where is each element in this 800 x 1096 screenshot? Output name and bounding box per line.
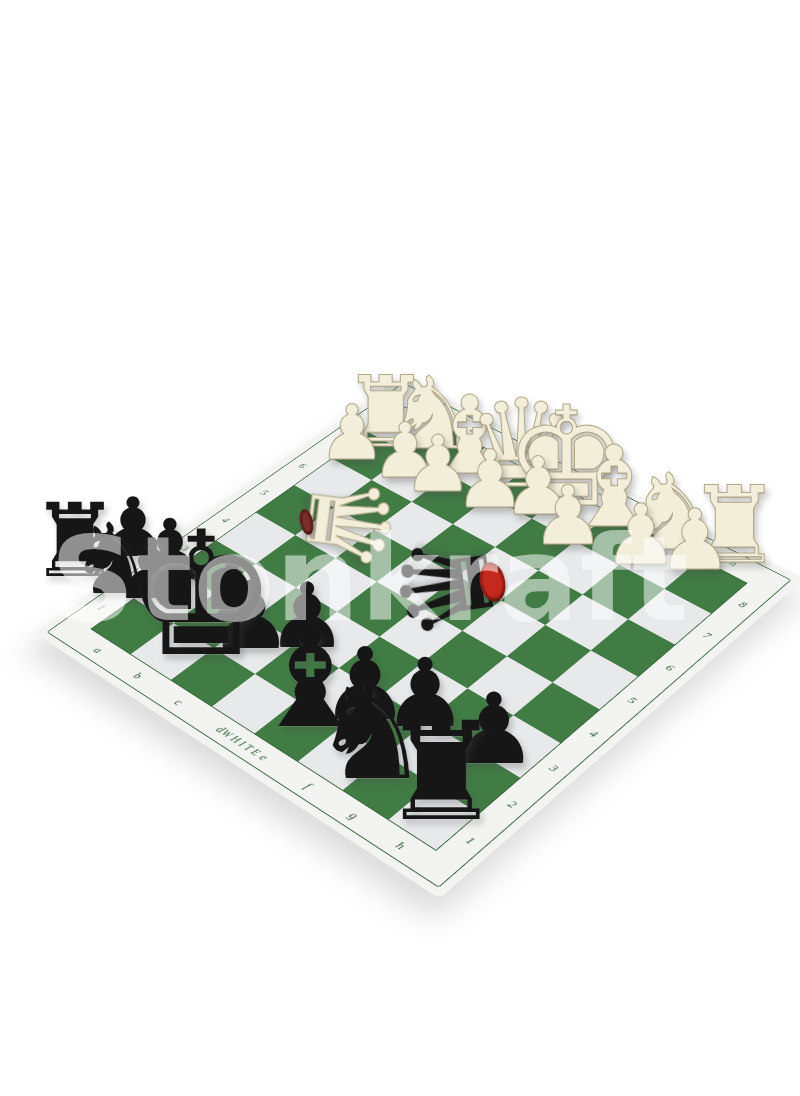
white-pawn-f7: ♟ <box>531 475 605 557</box>
white-pawn-h7: ♟ <box>657 498 732 582</box>
product-photo: abcdefgh WHITE abcdefgh 87654321 8765432… <box>0 0 800 1096</box>
pieces-layer: ♟♜♟♞♟♝♟♛♟♚♟♝♟♞♟♜♛♜♞♟♟♟♝♚♟♟♝♟♞♟♜♟♛ <box>0 0 800 1096</box>
black-rook-h1: ♜ <box>380 704 502 840</box>
